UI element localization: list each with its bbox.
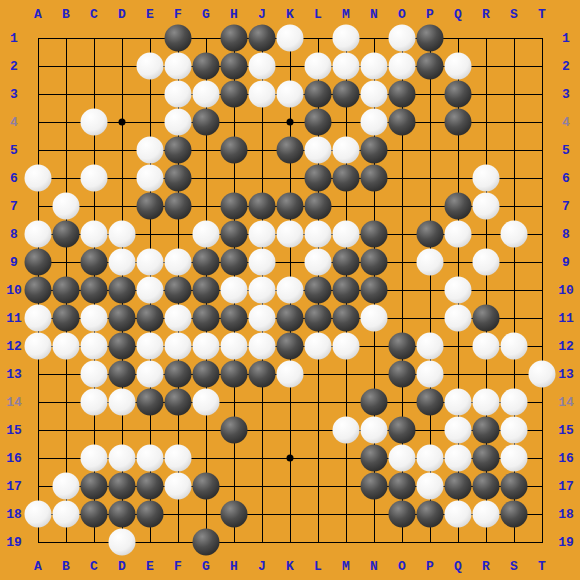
stone-white[interactable] [165, 473, 192, 500]
stone-black[interactable] [361, 277, 388, 304]
stone-black[interactable] [81, 501, 108, 528]
column-label-top: N [370, 8, 378, 21]
stone-black[interactable] [333, 165, 360, 192]
stone-white[interactable] [249, 53, 276, 80]
stone-black[interactable] [221, 417, 248, 444]
stone-black[interactable] [193, 109, 220, 136]
go-board[interactable]: AABBCCDDEEFFGGHHJJKKLLMMNNOOPPQQRRSSTT11… [0, 0, 580, 580]
stone-white[interactable] [389, 25, 416, 52]
stone-white[interactable] [445, 445, 472, 472]
column-label-top: K [286, 8, 294, 21]
stone-black[interactable] [193, 473, 220, 500]
row-label-left: 19 [6, 536, 22, 549]
stone-white[interactable] [53, 333, 80, 360]
stone-white[interactable] [445, 221, 472, 248]
stone-white[interactable] [137, 165, 164, 192]
stone-black[interactable] [389, 417, 416, 444]
stone-black[interactable] [361, 165, 388, 192]
stone-white[interactable] [81, 389, 108, 416]
column-label-top: R [482, 8, 490, 21]
stone-black[interactable] [53, 277, 80, 304]
column-label-bottom: K [286, 560, 294, 573]
column-label-top: G [202, 8, 210, 21]
stone-white[interactable] [277, 81, 304, 108]
stone-white[interactable] [389, 53, 416, 80]
stone-white[interactable] [165, 333, 192, 360]
stone-white[interactable] [305, 249, 332, 276]
column-label-bottom: J [258, 560, 266, 573]
stone-black[interactable] [333, 277, 360, 304]
stone-white[interactable] [473, 193, 500, 220]
stone-white[interactable] [137, 333, 164, 360]
stone-black[interactable] [193, 53, 220, 80]
column-label-bottom: M [342, 560, 350, 573]
stone-black[interactable] [25, 277, 52, 304]
stone-white[interactable] [165, 81, 192, 108]
stone-white[interactable] [137, 361, 164, 388]
stone-white[interactable] [81, 221, 108, 248]
stone-white[interactable] [193, 333, 220, 360]
stone-black[interactable] [277, 137, 304, 164]
stone-black[interactable] [473, 445, 500, 472]
stone-black[interactable] [361, 221, 388, 248]
row-label-left: 12 [6, 340, 22, 353]
row-label-left: 7 [10, 200, 18, 213]
stone-white[interactable] [445, 417, 472, 444]
stone-black[interactable] [473, 305, 500, 332]
row-label-left: 2 [10, 60, 18, 73]
stone-white[interactable] [109, 249, 136, 276]
stone-white[interactable] [109, 445, 136, 472]
stone-white[interactable] [165, 109, 192, 136]
column-label-top: P [426, 8, 434, 21]
stone-black[interactable] [389, 333, 416, 360]
stone-white[interactable] [137, 53, 164, 80]
row-label-left: 13 [6, 368, 22, 381]
stone-white[interactable] [445, 277, 472, 304]
stone-black[interactable] [109, 501, 136, 528]
stone-white[interactable] [445, 305, 472, 332]
row-label-right: 16 [558, 452, 574, 465]
row-label-right: 18 [558, 508, 574, 521]
column-label-bottom: C [90, 560, 98, 573]
stone-black[interactable] [53, 221, 80, 248]
stone-black[interactable] [333, 249, 360, 276]
stone-black[interactable] [137, 501, 164, 528]
row-label-left: 8 [10, 228, 18, 241]
stone-black[interactable] [81, 249, 108, 276]
row-label-right: 4 [562, 116, 570, 129]
stone-white[interactable] [333, 333, 360, 360]
column-label-top: E [146, 8, 154, 21]
stone-white[interactable] [249, 81, 276, 108]
stone-black[interactable] [277, 305, 304, 332]
stone-white[interactable] [249, 221, 276, 248]
stone-black[interactable] [221, 249, 248, 276]
stone-black[interactable] [109, 361, 136, 388]
column-label-bottom: G [202, 560, 210, 573]
column-label-top: L [314, 8, 322, 21]
stone-black[interactable] [445, 193, 472, 220]
stone-white[interactable] [81, 305, 108, 332]
stone-white[interactable] [333, 417, 360, 444]
column-label-top: F [174, 8, 182, 21]
stone-black[interactable] [305, 109, 332, 136]
stone-black[interactable] [445, 81, 472, 108]
column-label-top: H [230, 8, 238, 21]
stone-white[interactable] [221, 333, 248, 360]
row-label-right: 9 [562, 256, 570, 269]
stone-white[interactable] [417, 361, 444, 388]
stone-black[interactable] [25, 249, 52, 276]
stone-white[interactable] [305, 333, 332, 360]
stone-white[interactable] [389, 445, 416, 472]
stone-white[interactable] [473, 501, 500, 528]
column-label-top: C [90, 8, 98, 21]
stone-white[interactable] [501, 417, 528, 444]
stone-black[interactable] [81, 473, 108, 500]
column-label-bottom: A [34, 560, 42, 573]
stone-black[interactable] [277, 193, 304, 220]
stone-white[interactable] [277, 277, 304, 304]
stone-black[interactable] [137, 193, 164, 220]
stone-white[interactable] [25, 305, 52, 332]
stone-black[interactable] [305, 193, 332, 220]
stone-black[interactable] [333, 81, 360, 108]
stone-white[interactable] [81, 445, 108, 472]
stone-white[interactable] [81, 333, 108, 360]
column-label-top: J [258, 8, 266, 21]
stone-white[interactable] [81, 361, 108, 388]
stone-white[interactable] [501, 389, 528, 416]
stone-black[interactable] [417, 501, 444, 528]
row-label-right: 3 [562, 88, 570, 101]
row-label-left: 9 [10, 256, 18, 269]
column-label-top: Q [454, 8, 462, 21]
stone-white[interactable] [249, 333, 276, 360]
stone-black[interactable] [501, 473, 528, 500]
stone-white[interactable] [165, 249, 192, 276]
column-label-bottom: N [370, 560, 378, 573]
stone-white[interactable] [81, 109, 108, 136]
grid-line-vertical [542, 38, 543, 543]
stone-black[interactable] [165, 137, 192, 164]
column-label-bottom: R [482, 560, 490, 573]
stone-black[interactable] [249, 25, 276, 52]
column-label-top: O [398, 8, 406, 21]
stone-black[interactable] [165, 361, 192, 388]
stone-black[interactable] [193, 361, 220, 388]
stone-black[interactable] [221, 361, 248, 388]
column-label-bottom: B [62, 560, 70, 573]
stone-white[interactable] [53, 193, 80, 220]
stone-white[interactable] [53, 473, 80, 500]
row-label-right: 12 [558, 340, 574, 353]
stone-black[interactable] [389, 81, 416, 108]
stone-black[interactable] [501, 501, 528, 528]
hoshi-point [287, 455, 294, 462]
stone-white[interactable] [25, 221, 52, 248]
stone-black[interactable] [389, 501, 416, 528]
stone-white[interactable] [137, 277, 164, 304]
stone-white[interactable] [473, 249, 500, 276]
stone-white[interactable] [109, 529, 136, 556]
stone-black[interactable] [109, 333, 136, 360]
stone-white[interactable] [361, 109, 388, 136]
stone-white[interactable] [249, 305, 276, 332]
stone-white[interactable] [249, 277, 276, 304]
stone-white[interactable] [277, 221, 304, 248]
stone-black[interactable] [305, 305, 332, 332]
row-label-left: 16 [6, 452, 22, 465]
stone-black[interactable] [221, 305, 248, 332]
column-label-top: A [34, 8, 42, 21]
stone-white[interactable] [305, 137, 332, 164]
column-label-top: D [118, 8, 126, 21]
stone-black[interactable] [165, 389, 192, 416]
stone-black[interactable] [109, 305, 136, 332]
stone-white[interactable] [137, 137, 164, 164]
row-label-right: 2 [562, 60, 570, 73]
stone-white[interactable] [165, 305, 192, 332]
stone-white[interactable] [361, 81, 388, 108]
stone-black[interactable] [445, 109, 472, 136]
row-label-right: 13 [558, 368, 574, 381]
stone-black[interactable] [221, 193, 248, 220]
stone-white[interactable] [333, 53, 360, 80]
stone-white[interactable] [53, 501, 80, 528]
row-label-right: 10 [558, 284, 574, 297]
column-label-top: B [62, 8, 70, 21]
row-label-left: 17 [6, 480, 22, 493]
row-label-left: 10 [6, 284, 22, 297]
column-label-bottom: F [174, 560, 182, 573]
stone-white[interactable] [25, 501, 52, 528]
row-label-left: 4 [10, 116, 18, 129]
row-label-right: 17 [558, 480, 574, 493]
stone-black[interactable] [193, 249, 220, 276]
stone-white[interactable] [165, 53, 192, 80]
row-label-left: 14 [6, 396, 22, 409]
stone-black[interactable] [109, 277, 136, 304]
stone-white[interactable] [221, 277, 248, 304]
stone-black[interactable] [81, 277, 108, 304]
stone-black[interactable] [361, 137, 388, 164]
stone-white[interactable] [109, 221, 136, 248]
stone-black[interactable] [249, 361, 276, 388]
stone-black[interactable] [389, 361, 416, 388]
column-label-top: M [342, 8, 350, 21]
stone-white[interactable] [417, 445, 444, 472]
stone-white[interactable] [361, 53, 388, 80]
stone-black[interactable] [249, 193, 276, 220]
stone-white[interactable] [445, 389, 472, 416]
stone-white[interactable] [445, 501, 472, 528]
stone-black[interactable] [221, 53, 248, 80]
stone-white[interactable] [193, 81, 220, 108]
stone-black[interactable] [193, 305, 220, 332]
row-label-right: 5 [562, 144, 570, 157]
stone-white[interactable] [305, 221, 332, 248]
stone-white[interactable] [473, 165, 500, 192]
hoshi-point [119, 119, 126, 126]
column-label-bottom: O [398, 560, 406, 573]
stone-black[interactable] [361, 389, 388, 416]
stone-black[interactable] [193, 529, 220, 556]
stone-white[interactable] [193, 389, 220, 416]
column-label-bottom: E [146, 560, 154, 573]
stone-black[interactable] [137, 473, 164, 500]
stone-black[interactable] [221, 81, 248, 108]
stone-black[interactable] [305, 277, 332, 304]
stone-white[interactable] [165, 445, 192, 472]
stone-black[interactable] [137, 305, 164, 332]
stone-white[interactable] [473, 389, 500, 416]
row-label-right: 14 [558, 396, 574, 409]
row-label-right: 19 [558, 536, 574, 549]
stone-black[interactable] [417, 221, 444, 248]
column-label-bottom: T [538, 560, 546, 573]
row-label-right: 15 [558, 424, 574, 437]
stone-black[interactable] [445, 473, 472, 500]
stone-black[interactable] [193, 277, 220, 304]
row-label-left: 5 [10, 144, 18, 157]
hoshi-point [287, 119, 294, 126]
stone-black[interactable] [389, 473, 416, 500]
stone-black[interactable] [165, 25, 192, 52]
stone-white[interactable] [445, 53, 472, 80]
stone-black[interactable] [361, 445, 388, 472]
row-label-right: 1 [562, 32, 570, 45]
stone-black[interactable] [165, 193, 192, 220]
stone-white[interactable] [333, 25, 360, 52]
stone-black[interactable] [221, 137, 248, 164]
stone-white[interactable] [417, 473, 444, 500]
stone-black[interactable] [305, 81, 332, 108]
stone-white[interactable] [501, 445, 528, 472]
stone-white[interactable] [277, 361, 304, 388]
stone-white[interactable] [25, 165, 52, 192]
stone-black[interactable] [417, 53, 444, 80]
row-label-left: 15 [6, 424, 22, 437]
stone-white[interactable] [417, 249, 444, 276]
stone-white[interactable] [81, 165, 108, 192]
stone-black[interactable] [305, 165, 332, 192]
stone-black[interactable] [137, 389, 164, 416]
column-label-top: S [510, 8, 518, 21]
stone-black[interactable] [221, 25, 248, 52]
column-label-bottom: L [314, 560, 322, 573]
stone-black[interactable] [333, 305, 360, 332]
stone-black[interactable] [361, 249, 388, 276]
stone-black[interactable] [361, 473, 388, 500]
column-label-bottom: P [426, 560, 434, 573]
row-label-left: 11 [6, 312, 22, 325]
stone-white[interactable] [417, 333, 444, 360]
stone-black[interactable] [221, 501, 248, 528]
column-label-bottom: D [118, 560, 126, 573]
row-label-right: 6 [562, 172, 570, 185]
stone-white[interactable] [473, 333, 500, 360]
stone-black[interactable] [53, 305, 80, 332]
stone-black[interactable] [221, 221, 248, 248]
stone-white[interactable] [501, 221, 528, 248]
stone-white[interactable] [137, 445, 164, 472]
stone-black[interactable] [277, 333, 304, 360]
stone-white[interactable] [305, 53, 332, 80]
stone-white[interactable] [361, 417, 388, 444]
stone-white[interactable] [277, 25, 304, 52]
stone-black[interactable] [165, 165, 192, 192]
row-label-right: 7 [562, 200, 570, 213]
stone-white[interactable] [249, 249, 276, 276]
row-label-right: 8 [562, 228, 570, 241]
stone-white[interactable] [137, 249, 164, 276]
column-label-bottom: H [230, 560, 238, 573]
stone-white[interactable] [333, 221, 360, 248]
stone-white[interactable] [529, 361, 556, 388]
stone-white[interactable] [25, 333, 52, 360]
row-label-right: 11 [558, 312, 574, 325]
row-label-left: 6 [10, 172, 18, 185]
stone-white[interactable] [501, 333, 528, 360]
stone-black[interactable] [473, 473, 500, 500]
stone-white[interactable] [333, 137, 360, 164]
column-label-bottom: Q [454, 560, 462, 573]
stone-black[interactable] [417, 389, 444, 416]
row-label-left: 18 [6, 508, 22, 521]
column-label-top: T [538, 8, 546, 21]
stone-white[interactable] [361, 305, 388, 332]
stone-black[interactable] [109, 473, 136, 500]
stone-black[interactable] [473, 417, 500, 444]
row-label-left: 3 [10, 88, 18, 101]
stone-white[interactable] [193, 221, 220, 248]
stone-black[interactable] [389, 109, 416, 136]
stone-black[interactable] [165, 277, 192, 304]
row-label-left: 1 [10, 32, 18, 45]
column-label-bottom: S [510, 560, 518, 573]
stone-white[interactable] [109, 389, 136, 416]
stone-black[interactable] [417, 25, 444, 52]
